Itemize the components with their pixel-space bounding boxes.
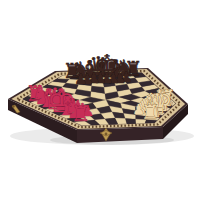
piece-dark-p: ♟ bbox=[74, 71, 87, 87]
brass-clasp-stud bbox=[105, 133, 108, 136]
board-cell bbox=[125, 119, 136, 124]
brass-latch-pin bbox=[12, 105, 14, 107]
piece-natural-r: ♜ bbox=[141, 101, 159, 124]
board-scene-svg: ♜♞♝♚♛♝♞♜♟♟♟♟♟♟♟♟♟♜♟♟♞♜♟♟♟♞♝♟♟♝♟♟♛♚♟♟♚♟♛♟… bbox=[0, 0, 200, 200]
piece-red-r: ♜ bbox=[71, 101, 90, 126]
three-player-chess-product-photo: ♜♞♝♚♛♝♞♜♟♟♟♟♟♟♟♟♟♜♟♟♞♜♟♟♟♞♝♟♟♝♟♟♛♚♟♟♚♟♛♟… bbox=[0, 0, 200, 200]
